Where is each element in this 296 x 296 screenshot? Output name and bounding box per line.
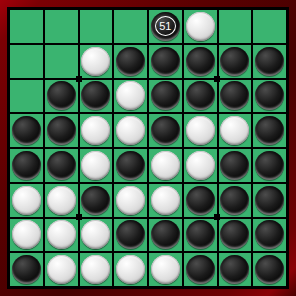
black-disc <box>12 151 41 180</box>
black-disc <box>81 81 110 110</box>
board-cell[interactable] <box>253 10 286 43</box>
white-disc <box>12 220 41 249</box>
board-cell[interactable] <box>219 80 252 113</box>
board-cell[interactable] <box>80 80 113 113</box>
board-cell[interactable] <box>10 219 43 252</box>
board-cell[interactable] <box>114 10 147 43</box>
white-disc <box>151 255 180 284</box>
black-disc <box>186 81 215 110</box>
othello-board: 51 <box>10 10 286 286</box>
black-disc <box>116 151 145 180</box>
board-cell[interactable] <box>10 184 43 217</box>
board-cell[interactable] <box>80 184 113 217</box>
board-cell[interactable] <box>80 253 113 286</box>
last-move-number: 51 <box>155 16 176 36</box>
black-disc <box>151 116 180 145</box>
board-cell[interactable] <box>253 45 286 78</box>
board-cell[interactable] <box>10 10 43 43</box>
white-disc <box>151 186 180 215</box>
black-disc <box>151 47 180 76</box>
board-cell[interactable] <box>80 10 113 43</box>
board-cell[interactable] <box>149 45 182 78</box>
board-cell[interactable] <box>253 80 286 113</box>
white-disc <box>220 116 249 145</box>
white-disc <box>116 255 145 284</box>
black-disc <box>255 220 284 249</box>
white-disc <box>81 47 110 76</box>
black-disc <box>220 220 249 249</box>
black-disc <box>116 220 145 249</box>
black-disc <box>220 255 249 284</box>
board-cell[interactable] <box>10 149 43 182</box>
board-cell[interactable] <box>149 114 182 147</box>
board-cell[interactable] <box>219 253 252 286</box>
board-cell[interactable] <box>114 149 147 182</box>
black-disc <box>220 186 249 215</box>
black-disc <box>151 220 180 249</box>
board-cell[interactable]: 51 <box>149 10 182 43</box>
board-cell[interactable] <box>10 253 43 286</box>
black-disc <box>47 116 76 145</box>
board-cell[interactable] <box>253 114 286 147</box>
board-cell[interactable] <box>219 10 252 43</box>
board-cell[interactable] <box>45 149 78 182</box>
black-disc <box>47 81 76 110</box>
black-disc <box>186 255 215 284</box>
white-disc <box>81 255 110 284</box>
board-cell[interactable] <box>253 253 286 286</box>
black-disc <box>255 47 284 76</box>
black-disc <box>255 151 284 180</box>
board-cell[interactable] <box>149 80 182 113</box>
white-disc <box>186 151 215 180</box>
board-cell[interactable] <box>10 45 43 78</box>
board-cell[interactable] <box>80 114 113 147</box>
board-cell[interactable] <box>184 80 217 113</box>
board-cell[interactable] <box>184 45 217 78</box>
black-disc <box>186 47 215 76</box>
white-disc <box>186 116 215 145</box>
white-disc <box>186 12 215 41</box>
black-disc <box>255 186 284 215</box>
black-disc <box>220 151 249 180</box>
black-disc <box>255 81 284 110</box>
black-disc <box>255 255 284 284</box>
board-cell[interactable] <box>184 10 217 43</box>
board-cell[interactable] <box>80 219 113 252</box>
black-disc <box>220 47 249 76</box>
white-disc <box>81 220 110 249</box>
white-disc <box>116 81 145 110</box>
white-disc <box>81 116 110 145</box>
black-disc <box>116 47 145 76</box>
white-disc <box>47 255 76 284</box>
board-cell[interactable] <box>219 184 252 217</box>
board-cell[interactable] <box>149 184 182 217</box>
board-cell[interactable] <box>45 45 78 78</box>
board-cell[interactable] <box>45 219 78 252</box>
board-cell[interactable] <box>253 184 286 217</box>
board-cell[interactable] <box>45 184 78 217</box>
board-cell[interactable] <box>253 219 286 252</box>
board-cell[interactable] <box>184 114 217 147</box>
board-cell[interactable] <box>184 253 217 286</box>
white-disc <box>47 220 76 249</box>
board-cell[interactable] <box>149 149 182 182</box>
board-cell[interactable] <box>114 184 147 217</box>
board-cell[interactable] <box>10 80 43 113</box>
board-frame: 51 <box>0 0 296 296</box>
black-disc: 51 <box>151 12 180 41</box>
board-cell[interactable] <box>149 253 182 286</box>
board-cell[interactable] <box>80 149 113 182</box>
black-disc <box>255 116 284 145</box>
board-cell[interactable] <box>114 114 147 147</box>
white-disc <box>116 116 145 145</box>
black-disc <box>186 220 215 249</box>
board-cell[interactable] <box>184 184 217 217</box>
white-disc <box>151 151 180 180</box>
board-cell[interactable] <box>219 114 252 147</box>
black-disc <box>12 255 41 284</box>
board-cell[interactable] <box>114 80 147 113</box>
black-disc <box>47 151 76 180</box>
board-cell[interactable] <box>184 219 217 252</box>
white-disc <box>12 186 41 215</box>
white-disc <box>81 151 110 180</box>
black-disc <box>81 186 110 215</box>
white-disc <box>116 186 145 215</box>
white-disc <box>47 186 76 215</box>
black-disc <box>151 81 180 110</box>
board-cell[interactable] <box>219 219 252 252</box>
board-cell[interactable] <box>45 10 78 43</box>
board-cell[interactable] <box>45 80 78 113</box>
board-cell[interactable] <box>10 114 43 147</box>
board-cell[interactable] <box>219 45 252 78</box>
board-cell[interactable] <box>149 219 182 252</box>
board-cell[interactable] <box>114 253 147 286</box>
board-cell[interactable] <box>45 114 78 147</box>
black-disc <box>186 186 215 215</box>
board-cell[interactable] <box>184 149 217 182</box>
board-cell[interactable] <box>253 149 286 182</box>
black-disc <box>220 81 249 110</box>
black-disc <box>12 116 41 145</box>
board-cell[interactable] <box>219 149 252 182</box>
board-cell[interactable] <box>80 45 113 78</box>
board-cell[interactable] <box>45 253 78 286</box>
board-cell[interactable] <box>114 219 147 252</box>
board-cell[interactable] <box>114 45 147 78</box>
board-border: 51 <box>7 7 289 289</box>
